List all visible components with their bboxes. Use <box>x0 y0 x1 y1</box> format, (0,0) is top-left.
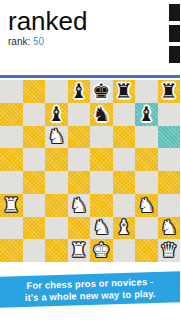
mode-title: ranked <box>8 6 88 37</box>
square-d4[interactable] <box>68 171 91 194</box>
square-a5[interactable] <box>0 148 23 171</box>
menu-bar <box>169 25 180 42</box>
square-a6[interactable] <box>0 126 23 149</box>
white-knight-e2[interactable]: ♞ <box>90 217 113 240</box>
square-h8[interactable]: ♜ <box>158 80 181 103</box>
square-b4[interactable] <box>23 171 46 194</box>
menu-bar <box>169 46 180 63</box>
rank-value: 50 <box>33 36 44 47</box>
black-bishop-c7[interactable]: ♝ <box>45 103 68 126</box>
white-queen-h1[interactable]: ♛ <box>158 239 181 262</box>
square-a8[interactable] <box>0 80 23 103</box>
header: ranked rank: 50 <box>0 0 180 75</box>
square-h7[interactable] <box>158 103 181 126</box>
square-h6[interactable] <box>158 126 181 149</box>
black-bishop-g7[interactable]: ♝ <box>135 103 158 126</box>
square-h5[interactable] <box>158 148 181 171</box>
square-b7[interactable] <box>23 103 46 126</box>
square-e2[interactable]: ♞ <box>90 217 113 240</box>
square-h1[interactable]: ♛ <box>158 239 181 262</box>
promo-banner[interactable]: For chess pros or novices - it's a whole… <box>0 271 180 308</box>
square-g4[interactable] <box>135 171 158 194</box>
square-c5[interactable] <box>45 148 68 171</box>
square-e6[interactable] <box>90 126 113 149</box>
square-f2[interactable]: ♝ <box>113 217 136 240</box>
square-d3[interactable]: ♞ <box>68 194 91 217</box>
square-c8[interactable] <box>45 80 68 103</box>
square-f6[interactable] <box>113 126 136 149</box>
square-e3[interactable] <box>90 194 113 217</box>
hamburger-menu-icon[interactable] <box>168 0 180 66</box>
black-knight-e7[interactable]: ♞ <box>90 103 113 126</box>
square-a7[interactable] <box>0 103 23 126</box>
square-b3[interactable] <box>23 194 46 217</box>
square-e4[interactable] <box>90 171 113 194</box>
square-g6[interactable] <box>135 126 158 149</box>
square-g3[interactable]: ♞ <box>135 194 158 217</box>
square-f1[interactable] <box>113 239 136 262</box>
square-b1[interactable] <box>23 239 46 262</box>
square-c3[interactable] <box>45 194 68 217</box>
square-e7[interactable]: ♞ <box>90 103 113 126</box>
black-bishop-d8[interactable]: ♝ <box>68 80 91 103</box>
square-f8[interactable]: ♜ <box>113 80 136 103</box>
white-king-e1[interactable]: ♚ <box>90 239 113 262</box>
square-c4[interactable] <box>45 171 68 194</box>
chess-board: ♝♚♜♜♝♞♝♞♜♞♞♞♝♞♜♚♛ <box>0 80 180 262</box>
square-c7[interactable]: ♝ <box>45 103 68 126</box>
square-g5[interactable] <box>135 148 158 171</box>
square-c6[interactable]: ♞ <box>45 126 68 149</box>
square-h4[interactable] <box>158 171 181 194</box>
square-b5[interactable] <box>23 148 46 171</box>
white-knight-d3[interactable]: ♞ <box>68 194 91 217</box>
square-f7[interactable] <box>113 103 136 126</box>
square-c1[interactable] <box>45 239 68 262</box>
white-rook-d1[interactable]: ♜ <box>68 239 91 262</box>
black-king-e8[interactable]: ♚ <box>90 80 113 103</box>
menu-bar <box>169 4 180 21</box>
square-h2[interactable]: ♞ <box>158 217 181 240</box>
square-a3[interactable]: ♜ <box>0 194 23 217</box>
square-a2[interactable] <box>0 217 23 240</box>
square-b8[interactable] <box>23 80 46 103</box>
square-a1[interactable] <box>0 239 23 262</box>
white-knight-g3[interactable]: ♞ <box>135 194 158 217</box>
square-g1[interactable] <box>135 239 158 262</box>
square-d5[interactable] <box>68 148 91 171</box>
square-b2[interactable] <box>23 217 46 240</box>
square-b6[interactable] <box>23 126 46 149</box>
square-a4[interactable] <box>0 171 23 194</box>
white-knight-c6[interactable]: ♞ <box>45 126 68 149</box>
square-f3[interactable] <box>113 194 136 217</box>
square-d1[interactable]: ♜ <box>68 239 91 262</box>
square-f5[interactable] <box>113 148 136 171</box>
black-rook-f8[interactable]: ♜ <box>113 80 136 103</box>
rank-line: rank: 50 <box>8 36 44 47</box>
square-f4[interactable] <box>113 171 136 194</box>
board-top-divider <box>0 75 180 78</box>
square-g7[interactable]: ♝ <box>135 103 158 126</box>
black-rook-h8[interactable]: ♜ <box>158 80 181 103</box>
square-d2[interactable] <box>68 217 91 240</box>
square-e1[interactable]: ♚ <box>90 239 113 262</box>
square-e8[interactable]: ♚ <box>90 80 113 103</box>
white-bishop-f2[interactable]: ♝ <box>113 217 136 240</box>
square-d7[interactable] <box>68 103 91 126</box>
square-e5[interactable] <box>90 148 113 171</box>
white-rook-a3[interactable]: ♜ <box>0 194 23 217</box>
square-g2[interactable] <box>135 217 158 240</box>
square-d6[interactable] <box>68 126 91 149</box>
white-knight-h2[interactable]: ♞ <box>158 217 181 240</box>
square-c2[interactable] <box>45 217 68 240</box>
rank-label: rank: <box>8 36 30 47</box>
square-h3[interactable] <box>158 194 181 217</box>
square-g8[interactable] <box>135 80 158 103</box>
square-d8[interactable]: ♝ <box>68 80 91 103</box>
